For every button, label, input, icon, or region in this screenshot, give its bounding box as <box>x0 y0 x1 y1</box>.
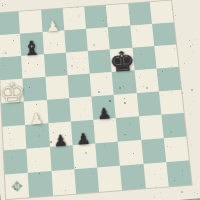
board-square <box>62 7 86 30</box>
board-square <box>149 1 173 24</box>
board-square <box>108 26 132 50</box>
board-square <box>164 136 189 162</box>
board-square <box>4 149 28 175</box>
board-square <box>152 22 176 46</box>
board-square <box>50 145 75 171</box>
board-square <box>90 72 114 97</box>
board-square <box>118 140 143 166</box>
board-square <box>154 44 179 68</box>
board-square <box>46 98 70 123</box>
board-square <box>106 4 130 27</box>
board-square <box>166 160 192 186</box>
board-square <box>67 74 91 99</box>
board-square <box>159 90 184 115</box>
board-square <box>28 171 53 197</box>
board-square <box>120 164 145 190</box>
board-square <box>84 5 108 28</box>
board-square <box>136 91 161 116</box>
board-square <box>139 115 164 140</box>
board-square <box>95 142 120 168</box>
board-square <box>23 77 47 102</box>
board-square: ♚ <box>0 79 24 104</box>
board-square <box>128 2 152 25</box>
board-square: ♟ <box>41 8 64 32</box>
board-square: ♟ <box>48 121 72 146</box>
board-square <box>42 30 66 54</box>
board-square <box>143 162 168 188</box>
board-square <box>97 166 122 192</box>
board-square: ♟ <box>24 100 48 125</box>
board-square: ♚ <box>110 48 134 72</box>
board-area: ♟♝♚♚♟♟♟♟✥ <box>0 0 190 198</box>
board-square <box>88 49 112 73</box>
board-square <box>21 54 45 78</box>
board-square <box>19 10 42 34</box>
board-square <box>27 147 51 173</box>
board-square <box>0 12 20 36</box>
board-square <box>116 116 141 141</box>
board-square <box>3 125 27 150</box>
photo-frame: ∴∵∴ ♟♝♚♚♟♟♟♟✥ <box>0 0 200 200</box>
board-square <box>66 51 90 75</box>
board-square <box>130 24 154 48</box>
board-square <box>112 70 136 95</box>
compass-rose-emblem: ✥ <box>11 179 23 194</box>
board-square: ♝ <box>20 32 43 56</box>
board-square <box>51 169 76 195</box>
board-square: ✥ <box>5 173 29 199</box>
board-square <box>25 123 49 148</box>
board-square <box>72 143 97 169</box>
board-square: ♟ <box>91 95 115 120</box>
chess-board: ♟♝♚♚♟♟♟♟✥ <box>0 0 193 200</box>
board-square <box>74 167 99 193</box>
board-square <box>134 69 159 94</box>
board-square: ♟ <box>71 120 96 145</box>
board-square <box>156 67 181 92</box>
board-square <box>161 113 186 138</box>
edge-markings: ∴∵∴ <box>1 50 6 68</box>
board-square <box>86 27 110 51</box>
board-square <box>132 46 156 70</box>
board-square <box>1 102 25 127</box>
board-square <box>141 138 166 164</box>
board-square <box>93 118 118 143</box>
board-square <box>114 93 139 118</box>
board-square <box>45 75 69 100</box>
board-square <box>44 53 68 77</box>
board-square <box>64 29 88 53</box>
board-square <box>69 96 93 121</box>
